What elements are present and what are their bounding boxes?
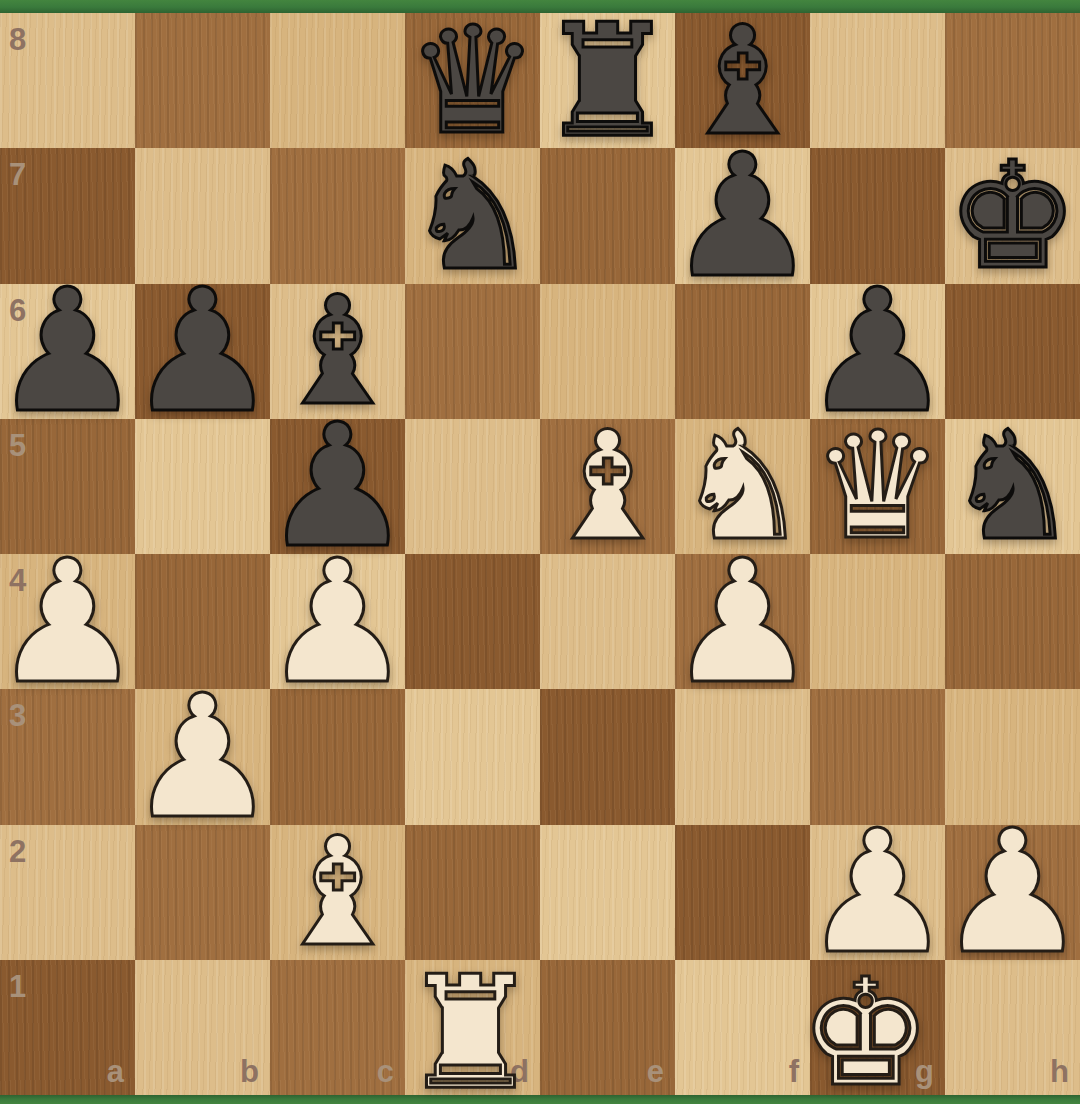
file-label-h: h (1050, 1056, 1069, 1087)
square-g5[interactable]: ♛ (810, 419, 945, 554)
black-pawn[interactable]: ♟ (126, 266, 278, 436)
square-f4[interactable]: ♟ (675, 554, 810, 689)
chess-app-frame: 8♛♜♝7♞♟♚6♟♟♝♟5♟♝♞♛♞4♟♟♟3♟2♝♟♟1abcd♜efg♚h (0, 0, 1080, 1104)
square-d6[interactable] (405, 284, 540, 419)
white-bishop[interactable]: ♝ (270, 817, 404, 967)
square-h2[interactable]: ♟ (945, 825, 1080, 960)
rank-label-2: 2 (9, 836, 26, 867)
square-a8[interactable]: 8 (0, 13, 135, 148)
square-g8[interactable] (810, 13, 945, 148)
rank-label-8: 8 (9, 24, 26, 55)
square-f2[interactable] (675, 825, 810, 960)
black-pawn[interactable]: ♟ (666, 131, 818, 301)
square-g1[interactable]: g♚ (810, 960, 945, 1095)
black-rook[interactable]: ♜ (538, 3, 678, 159)
square-e2[interactable] (540, 825, 675, 960)
square-a1[interactable]: 1a (0, 960, 135, 1095)
white-pawn[interactable]: ♟ (666, 537, 818, 707)
square-e8[interactable]: ♜ (540, 13, 675, 148)
square-e5[interactable]: ♝ (540, 419, 675, 554)
square-b6[interactable]: ♟ (135, 284, 270, 419)
square-g6[interactable]: ♟ (810, 284, 945, 419)
square-e1[interactable]: e (540, 960, 675, 1095)
white-rook[interactable]: ♜ (401, 955, 541, 1104)
file-label-e: e (647, 1056, 664, 1087)
square-d1[interactable]: d♜ (405, 960, 540, 1095)
black-knight[interactable]: ♞ (405, 141, 539, 291)
white-pawn[interactable]: ♟ (936, 807, 1080, 977)
square-a6[interactable]: 6♟ (0, 284, 135, 419)
square-c1[interactable]: c (270, 960, 405, 1095)
square-e3[interactable] (540, 689, 675, 824)
black-king[interactable]: ♚ (946, 142, 1079, 290)
white-bishop[interactable]: ♝ (540, 411, 674, 561)
white-pawn[interactable]: ♟ (126, 672, 278, 842)
square-c2[interactable]: ♝ (270, 825, 405, 960)
file-label-f: f (789, 1056, 799, 1087)
square-f1[interactable]: f (675, 960, 810, 1095)
square-d7[interactable]: ♞ (405, 148, 540, 283)
square-g4[interactable] (810, 554, 945, 689)
square-d4[interactable] (405, 554, 540, 689)
file-label-c: c (377, 1056, 394, 1087)
square-d8[interactable]: ♛ (405, 13, 540, 148)
rank-label-7: 7 (9, 159, 26, 190)
black-pawn[interactable]: ♟ (0, 266, 144, 436)
square-f7[interactable]: ♟ (675, 148, 810, 283)
file-label-b: b (240, 1056, 259, 1087)
white-king[interactable]: ♚ (799, 959, 932, 1104)
white-pawn[interactable]: ♟ (0, 537, 144, 707)
square-h7[interactable]: ♚ (945, 148, 1080, 283)
square-b3[interactable]: ♟ (135, 689, 270, 824)
square-h4[interactable] (945, 554, 1080, 689)
square-h8[interactable] (945, 13, 1080, 148)
square-d2[interactable] (405, 825, 540, 960)
white-queen[interactable]: ♛ (811, 412, 944, 560)
square-c4[interactable]: ♟ (270, 554, 405, 689)
square-e4[interactable] (540, 554, 675, 689)
square-g2[interactable]: ♟ (810, 825, 945, 960)
black-knight[interactable]: ♞ (945, 411, 1079, 561)
square-d3[interactable] (405, 689, 540, 824)
chess-board: 8♛♜♝7♞♟♚6♟♟♝♟5♟♝♞♛♞4♟♟♟3♟2♝♟♟1abcd♜efg♚h (0, 13, 1080, 1095)
square-a2[interactable]: 2 (0, 825, 135, 960)
square-b8[interactable] (135, 13, 270, 148)
white-pawn[interactable]: ♟ (261, 537, 413, 707)
rank-label-1: 1 (9, 971, 26, 1002)
square-h5[interactable]: ♞ (945, 419, 1080, 554)
square-a4[interactable]: 4♟ (0, 554, 135, 689)
square-c8[interactable] (270, 13, 405, 148)
square-b1[interactable]: b (135, 960, 270, 1095)
file-label-a: a (107, 1056, 124, 1087)
square-d5[interactable] (405, 419, 540, 554)
